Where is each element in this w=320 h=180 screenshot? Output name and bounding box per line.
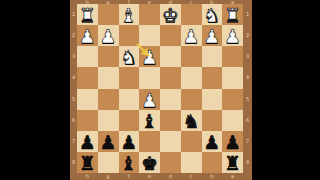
file-label-bottom-g: g bbox=[98, 173, 119, 180]
chess-board-frame: hgfedcba hgfedcba 12345678 12345678 ♜♝♚♞… bbox=[70, 0, 252, 180]
piece-white-bishop-f1[interactable]: ♝ bbox=[120, 6, 137, 25]
square-c1[interactable] bbox=[181, 4, 202, 25]
square-b5[interactable] bbox=[202, 89, 223, 110]
piece-white-rook-a1[interactable]: ♜ bbox=[224, 6, 241, 25]
rank-label-right-4: 4 bbox=[243, 67, 252, 88]
square-d1[interactable]: ♚ bbox=[160, 4, 181, 25]
square-e6[interactable]: ♝ bbox=[139, 110, 160, 131]
rank-labels-left: 12345678 bbox=[70, 4, 77, 173]
square-f2[interactable] bbox=[119, 25, 140, 46]
square-h7[interactable]: ♟ bbox=[77, 131, 98, 152]
square-h1[interactable]: ♜ bbox=[77, 4, 98, 25]
file-label-bottom-c: c bbox=[181, 173, 202, 180]
square-f4[interactable] bbox=[119, 67, 140, 88]
square-a3[interactable] bbox=[222, 46, 243, 67]
rank-label-right-6: 6 bbox=[243, 110, 252, 131]
square-g7[interactable]: ♟ bbox=[98, 131, 119, 152]
square-d7[interactable] bbox=[160, 131, 181, 152]
rank-label-right-8: 8 bbox=[243, 152, 252, 173]
file-label-bottom-d: d bbox=[160, 173, 181, 180]
square-h6[interactable] bbox=[77, 110, 98, 131]
rank-label-right-1: 1 bbox=[243, 4, 252, 25]
square-d5[interactable] bbox=[160, 89, 181, 110]
rank-label-right-7: 7 bbox=[243, 131, 252, 152]
square-d3[interactable] bbox=[160, 46, 181, 67]
square-c3[interactable] bbox=[181, 46, 202, 67]
square-e1[interactable] bbox=[139, 4, 160, 25]
square-a6[interactable] bbox=[222, 110, 243, 131]
square-f7[interactable]: ♟ bbox=[119, 131, 140, 152]
piece-black-pawn-f7[interactable]: ♟ bbox=[120, 133, 137, 152]
square-e5[interactable]: ♟ bbox=[139, 89, 160, 110]
piece-black-knight-c6[interactable]: ♞ bbox=[183, 112, 200, 131]
square-d6[interactable] bbox=[160, 110, 181, 131]
piece-black-bishop-e6[interactable]: ♝ bbox=[141, 112, 158, 131]
file-labels-bottom: hgfedcba bbox=[77, 173, 243, 180]
rank-label-left-8: 8 bbox=[70, 152, 77, 173]
piece-black-bishop-f8[interactable]: ♝ bbox=[120, 154, 137, 173]
piece-white-knight-b1[interactable]: ♞ bbox=[203, 6, 220, 25]
square-e8[interactable]: ♚ bbox=[139, 152, 160, 173]
rank-label-left-5: 5 bbox=[70, 89, 77, 110]
piece-white-rook-h1[interactable]: ♜ bbox=[79, 6, 96, 25]
chess-board: ♜♝♚♞♜♟♟♟♟♟♞♟♟♝♞♟♟♟♟♟♜♝♚♜ bbox=[77, 4, 243, 173]
square-c7[interactable] bbox=[181, 131, 202, 152]
piece-black-pawn-h7[interactable]: ♟ bbox=[79, 133, 96, 152]
square-a1[interactable]: ♜ bbox=[222, 4, 243, 25]
file-label-bottom-f: f bbox=[119, 173, 140, 180]
square-f6[interactable] bbox=[119, 110, 140, 131]
square-c5[interactable] bbox=[181, 89, 202, 110]
square-b6[interactable] bbox=[202, 110, 223, 131]
square-e3[interactable]: ♟ bbox=[139, 46, 160, 67]
square-e7[interactable] bbox=[139, 131, 160, 152]
square-c6[interactable]: ♞ bbox=[181, 110, 202, 131]
file-label-bottom-a: a bbox=[222, 173, 243, 180]
square-e4[interactable] bbox=[139, 67, 160, 88]
square-b7[interactable]: ♟ bbox=[202, 131, 223, 152]
rank-label-left-2: 2 bbox=[70, 25, 77, 46]
rank-label-left-7: 7 bbox=[70, 131, 77, 152]
piece-white-knight-f3[interactable]: ♞ bbox=[120, 48, 137, 67]
square-h3[interactable] bbox=[77, 46, 98, 67]
square-d4[interactable] bbox=[160, 67, 181, 88]
rank-label-right-3: 3 bbox=[243, 46, 252, 67]
square-e2[interactable] bbox=[139, 25, 160, 46]
square-b8[interactable] bbox=[202, 152, 223, 173]
rank-label-left-3: 3 bbox=[70, 46, 77, 67]
square-d2[interactable] bbox=[160, 25, 181, 46]
piece-black-pawn-b7[interactable]: ♟ bbox=[203, 133, 220, 152]
square-g2[interactable]: ♟ bbox=[98, 25, 119, 46]
rank-labels-right: 12345678 bbox=[243, 4, 252, 173]
square-h8[interactable]: ♜ bbox=[77, 152, 98, 173]
rank-label-left-4: 4 bbox=[70, 67, 77, 88]
square-b4[interactable] bbox=[202, 67, 223, 88]
piece-white-pawn-b2[interactable]: ♟ bbox=[203, 27, 220, 46]
square-f8[interactable]: ♝ bbox=[119, 152, 140, 173]
piece-white-pawn-e3[interactable]: ♟ bbox=[141, 48, 158, 67]
piece-black-king-e8[interactable]: ♚ bbox=[141, 154, 158, 173]
piece-white-king-d1[interactable]: ♚ bbox=[162, 6, 179, 25]
rank-label-left-6: 6 bbox=[70, 110, 77, 131]
square-f1[interactable]: ♝ bbox=[119, 4, 140, 25]
square-a8[interactable]: ♜ bbox=[222, 152, 243, 173]
piece-black-pawn-g7[interactable]: ♟ bbox=[100, 133, 117, 152]
square-a4[interactable] bbox=[222, 67, 243, 88]
square-c8[interactable] bbox=[181, 152, 202, 173]
square-c2[interactable]: ♟ bbox=[181, 25, 202, 46]
square-f5[interactable] bbox=[119, 89, 140, 110]
square-d8[interactable] bbox=[160, 152, 181, 173]
square-g5[interactable] bbox=[98, 89, 119, 110]
rank-label-left-1: 1 bbox=[70, 4, 77, 25]
square-h4[interactable] bbox=[77, 67, 98, 88]
rank-label-right-5: 5 bbox=[243, 89, 252, 110]
piece-black-rook-h8[interactable]: ♜ bbox=[79, 154, 96, 173]
piece-white-pawn-a2[interactable]: ♟ bbox=[224, 27, 241, 46]
square-g4[interactable] bbox=[98, 67, 119, 88]
square-a7[interactable]: ♟ bbox=[222, 131, 243, 152]
piece-black-rook-a8[interactable]: ♜ bbox=[224, 154, 241, 173]
file-label-bottom-b: b bbox=[202, 173, 223, 180]
square-g8[interactable] bbox=[98, 152, 119, 173]
piece-white-pawn-e5[interactable]: ♟ bbox=[141, 91, 158, 110]
square-a2[interactable]: ♟ bbox=[222, 25, 243, 46]
rank-label-right-2: 2 bbox=[243, 25, 252, 46]
square-b3[interactable] bbox=[202, 46, 223, 67]
square-a5[interactable] bbox=[222, 89, 243, 110]
square-h2[interactable]: ♟ bbox=[77, 25, 98, 46]
square-f3[interactable]: ♞ bbox=[119, 46, 140, 67]
square-b1[interactable]: ♞ bbox=[202, 4, 223, 25]
piece-white-pawn-g2[interactable]: ♟ bbox=[100, 27, 117, 46]
piece-white-pawn-h2[interactable]: ♟ bbox=[79, 27, 96, 46]
square-b2[interactable]: ♟ bbox=[202, 25, 223, 46]
square-h5[interactable] bbox=[77, 89, 98, 110]
file-label-bottom-e: e bbox=[139, 173, 160, 180]
file-label-bottom-h: h bbox=[77, 173, 98, 180]
piece-black-pawn-a7[interactable]: ♟ bbox=[224, 133, 241, 152]
square-g6[interactable] bbox=[98, 110, 119, 131]
piece-white-pawn-c2[interactable]: ♟ bbox=[183, 27, 200, 46]
square-g1[interactable] bbox=[98, 4, 119, 25]
square-c4[interactable] bbox=[181, 67, 202, 88]
square-g3[interactable] bbox=[98, 46, 119, 67]
